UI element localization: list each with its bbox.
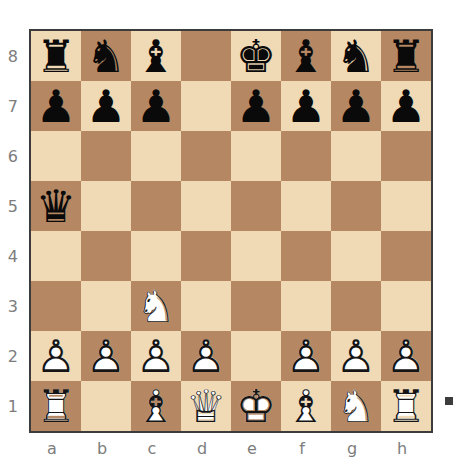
square-f7[interactable]: ♟ (281, 81, 331, 131)
piece-bP-a7: ♟ (31, 81, 81, 131)
square-c5[interactable] (131, 181, 181, 231)
square-d4[interactable] (181, 231, 231, 281)
piece-bQ-a5: ♛ (31, 181, 81, 231)
square-f3[interactable] (281, 281, 331, 331)
chess-board: ♜♞♝♚♝♞♜♟♟♟♟♟♟♟♛♞♘♟♙♟♙♟♙♟♙♟♙♟♙♟♙♜♖♝♗♛♕♚♔♝… (29, 29, 433, 433)
piece-bP-h7: ♟ (381, 81, 431, 131)
piece-wB-f1: ♝♗ (281, 381, 331, 431)
piece-bN-g8: ♞ (331, 31, 381, 81)
file-label-b: b (77, 433, 127, 464)
square-d3[interactable] (181, 281, 231, 331)
rank-label-1: 1 (0, 381, 29, 431)
piece-wP-g2: ♟♙ (331, 331, 381, 381)
piece-wP-d2: ♟♙ (181, 331, 231, 381)
square-a2[interactable]: ♟♙ (31, 331, 81, 381)
file-label-d: d (177, 433, 227, 464)
square-h8[interactable]: ♜ (381, 31, 431, 81)
piece-bP-f7: ♟ (281, 81, 331, 131)
square-f8[interactable]: ♝ (281, 31, 331, 81)
piece-wN-c3: ♞♘ (131, 281, 181, 331)
square-f4[interactable] (281, 231, 331, 281)
piece-wP-c2: ♟♙ (131, 331, 181, 381)
piece-wP-h2: ♟♙ (381, 331, 431, 381)
rank-label-5: 5 (0, 181, 29, 231)
square-g8[interactable]: ♞ (331, 31, 381, 81)
piece-wR-a1: ♜♖ (31, 381, 81, 431)
square-b3[interactable] (81, 281, 131, 331)
square-b8[interactable]: ♞ (81, 31, 131, 81)
rank-label-8: 8 (0, 31, 29, 81)
square-a8[interactable]: ♜ (31, 31, 81, 81)
square-d8[interactable] (181, 31, 231, 81)
square-g2[interactable]: ♟♙ (331, 331, 381, 381)
piece-bR-h8: ♜ (381, 31, 431, 81)
piece-bP-b7: ♟ (81, 81, 131, 131)
piece-wP-a2: ♟♙ (31, 331, 81, 381)
square-b5[interactable] (81, 181, 131, 231)
square-f1[interactable]: ♝♗ (281, 381, 331, 431)
rank-label-4: 4 (0, 231, 29, 281)
square-e4[interactable] (231, 231, 281, 281)
square-b6[interactable] (81, 131, 131, 181)
square-e5[interactable] (231, 181, 281, 231)
rank-label-6: 6 (0, 131, 29, 181)
square-a5[interactable]: ♛ (31, 181, 81, 231)
square-e8[interactable]: ♚ (231, 31, 281, 81)
piece-bB-c8: ♝ (131, 31, 181, 81)
square-b7[interactable]: ♟ (81, 81, 131, 131)
file-label-a: a (27, 433, 77, 464)
square-e2[interactable] (231, 331, 281, 381)
square-h1[interactable]: ♜♖ (381, 381, 431, 431)
rank-label-7: 7 (0, 81, 29, 131)
piece-wK-e1: ♚♔ (231, 381, 281, 431)
square-a6[interactable] (31, 131, 81, 181)
file-label-g: g (327, 433, 377, 464)
square-g6[interactable] (331, 131, 381, 181)
square-h5[interactable] (381, 181, 431, 231)
square-d1[interactable]: ♛♕ (181, 381, 231, 431)
piece-wP-f2: ♟♙ (281, 331, 331, 381)
square-d2[interactable]: ♟♙ (181, 331, 231, 381)
square-f5[interactable] (281, 181, 331, 231)
piece-bB-f8: ♝ (281, 31, 331, 81)
square-g3[interactable] (331, 281, 381, 331)
square-e3[interactable] (231, 281, 281, 331)
file-labels: abcdefgh (31, 433, 431, 464)
square-h2[interactable]: ♟♙ (381, 331, 431, 381)
square-g5[interactable] (331, 181, 381, 231)
square-d6[interactable] (181, 131, 231, 181)
board-squares: ♜♞♝♚♝♞♜♟♟♟♟♟♟♟♛♞♘♟♙♟♙♟♙♟♙♟♙♟♙♟♙♜♖♝♗♛♕♚♔♝… (31, 31, 431, 431)
square-c1[interactable]: ♝♗ (131, 381, 181, 431)
piece-bP-e7: ♟ (231, 81, 281, 131)
square-a4[interactable] (31, 231, 81, 281)
square-h3[interactable] (381, 281, 431, 331)
rank-label-2: 2 (0, 331, 29, 381)
square-c6[interactable] (131, 131, 181, 181)
piece-wP-b2: ♟♙ (81, 331, 131, 381)
piece-bR-a8: ♜ (31, 31, 81, 81)
square-h4[interactable] (381, 231, 431, 281)
square-f6[interactable] (281, 131, 331, 181)
piece-bP-g7: ♟ (331, 81, 381, 131)
square-a7[interactable]: ♟ (31, 81, 81, 131)
square-b1[interactable] (81, 381, 131, 431)
square-a1[interactable]: ♜♖ (31, 381, 81, 431)
square-c7[interactable]: ♟ (131, 81, 181, 131)
square-c4[interactable] (131, 231, 181, 281)
square-b4[interactable] (81, 231, 131, 281)
square-b2[interactable]: ♟♙ (81, 331, 131, 381)
square-e6[interactable] (231, 131, 281, 181)
square-e1[interactable]: ♚♔ (231, 381, 281, 431)
rank-labels: 87654321 (0, 31, 29, 431)
square-c3[interactable]: ♞♘ (131, 281, 181, 331)
square-d5[interactable] (181, 181, 231, 231)
square-g7[interactable]: ♟ (331, 81, 381, 131)
square-d7[interactable] (181, 81, 231, 131)
square-c8[interactable]: ♝ (131, 31, 181, 81)
square-e7[interactable]: ♟ (231, 81, 281, 131)
square-c2[interactable]: ♟♙ (131, 331, 181, 381)
piece-wB-c1: ♝♗ (131, 381, 181, 431)
square-a3[interactable] (31, 281, 81, 331)
square-g1[interactable]: ♞♘ (331, 381, 381, 431)
square-h6[interactable] (381, 131, 431, 181)
square-f2[interactable]: ♟♙ (281, 331, 331, 381)
piece-bK-e8: ♚ (231, 31, 281, 81)
piece-wN-g1: ♞♘ (331, 381, 381, 431)
rank-label-3: 3 (0, 281, 29, 331)
file-label-f: f (277, 433, 327, 464)
file-label-h: h (377, 433, 427, 464)
side-to-move-indicator (445, 397, 453, 405)
file-label-c: c (127, 433, 177, 464)
square-h7[interactable]: ♟ (381, 81, 431, 131)
piece-bP-c7: ♟ (131, 81, 181, 131)
piece-wQ-d1: ♛♕ (181, 381, 231, 431)
piece-wR-h1: ♜♖ (381, 381, 431, 431)
square-g4[interactable] (331, 231, 381, 281)
piece-bN-b8: ♞ (81, 31, 131, 81)
file-label-e: e (227, 433, 277, 464)
